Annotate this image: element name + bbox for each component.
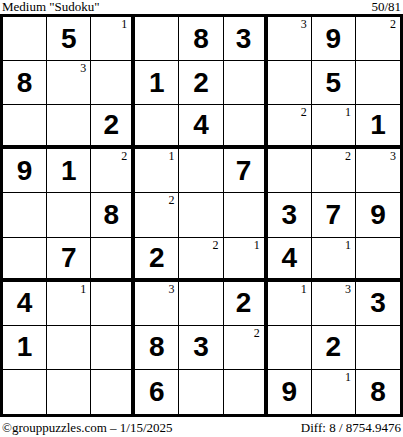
cell-value: 3 [370, 289, 386, 317]
sudoku-cell[interactable]: 3 [224, 17, 268, 61]
sudoku-grid: 5183392831252421191217238237972214141321… [0, 14, 403, 417]
cell-corner-mark: 3 [390, 149, 396, 163]
cell-value: 8 [193, 25, 209, 53]
cell-corner-mark: 1 [168, 149, 174, 163]
sudoku-cell[interactable]: 2 [312, 326, 356, 370]
cell-corner-mark: 3 [80, 61, 86, 75]
sudoku-cell[interactable]: 3 [268, 17, 312, 61]
cell-value: 7 [61, 244, 77, 272]
cell-corner-mark: 1 [345, 238, 351, 252]
cell-value: 4 [193, 111, 209, 139]
cell-value: 4 [17, 289, 33, 317]
cell-corner-mark: 1 [254, 238, 260, 252]
sudoku-cell[interactable] [47, 193, 91, 237]
sudoku-cell[interactable]: 4 [179, 105, 223, 149]
sudoku-cell[interactable]: 2 [224, 282, 268, 326]
cell-corner-mark: 2 [213, 238, 219, 252]
cell-value: 7 [326, 201, 342, 229]
sudoku-cell[interactable] [91, 282, 135, 326]
sudoku-cell[interactable] [3, 17, 47, 61]
cell-corner-mark: 3 [301, 17, 307, 31]
cell-value: 1 [17, 333, 33, 361]
sudoku-cell[interactable] [268, 61, 312, 105]
sudoku-cell[interactable] [268, 326, 312, 370]
sudoku-cell[interactable] [224, 370, 268, 414]
sudoku-cell[interactable]: 1 [312, 370, 356, 414]
cell-value: 8 [17, 69, 33, 97]
cell-value: 9 [370, 201, 386, 229]
sudoku-cell[interactable]: 1 [47, 149, 91, 193]
cell-value: 2 [326, 333, 342, 361]
sudoku-cell[interactable]: 8 [356, 370, 400, 414]
cell-corner-mark: 1 [121, 17, 127, 31]
cell-value: 9 [326, 25, 342, 53]
sudoku-cell[interactable]: 2 [135, 238, 179, 282]
sudoku-cell[interactable]: 1 [312, 105, 356, 149]
sudoku-cell[interactable]: 1 [312, 238, 356, 282]
copyright-text: ©grouppuzzles.com – 1/15/2025 [2, 421, 173, 435]
sudoku-cell[interactable]: 2 [91, 149, 135, 193]
sudoku-cell[interactable]: 3 [179, 326, 223, 370]
cell-corner-mark: 2 [301, 105, 307, 119]
sudoku-cell[interactable] [179, 149, 223, 193]
sudoku-cell[interactable]: 2 [179, 61, 223, 105]
cell-corner-mark: 1 [301, 282, 307, 296]
sudoku-cell[interactable]: 8 [179, 17, 223, 61]
sudoku-cell[interactable]: 7 [224, 149, 268, 193]
sudoku-cell[interactable] [47, 105, 91, 149]
sudoku-cell[interactable]: 6 [135, 370, 179, 414]
sudoku-cell[interactable] [3, 105, 47, 149]
sudoku-cell[interactable] [179, 282, 223, 326]
cell-corner-mark: 2 [390, 17, 396, 31]
cell-corner-mark: 2 [168, 193, 174, 207]
sudoku-cell[interactable]: 5 [312, 61, 356, 105]
sudoku-cell[interactable]: 4 [268, 238, 312, 282]
cell-value: 4 [281, 244, 297, 272]
sudoku-cell[interactable]: 1 [91, 17, 135, 61]
sudoku-cell[interactable]: 1 [356, 105, 400, 149]
sudoku-cell[interactable] [224, 105, 268, 149]
sudoku-cell[interactable] [47, 326, 91, 370]
sudoku-cell[interactable]: 3 [135, 282, 179, 326]
sudoku-cell[interactable] [356, 238, 400, 282]
cell-value: 3 [193, 333, 209, 361]
header: Medium "Sudoku" 50/81 [0, 0, 403, 14]
sudoku-cell[interactable] [135, 17, 179, 61]
cell-value: 1 [370, 111, 386, 139]
sudoku-cell[interactable]: 1 [268, 282, 312, 326]
sudoku-cell[interactable] [135, 105, 179, 149]
sudoku-cell[interactable]: 9 [356, 193, 400, 237]
progress-counter: 50/81 [371, 0, 401, 13]
sudoku-cell[interactable]: 9 [312, 17, 356, 61]
cell-value: 1 [61, 157, 77, 185]
sudoku-cell[interactable]: 8 [3, 61, 47, 105]
sudoku-cell[interactable] [47, 370, 91, 414]
sudoku-page: Medium "Sudoku" 50/81 518339283125242119… [0, 0, 403, 437]
sudoku-cell[interactable]: 7 [312, 193, 356, 237]
sudoku-cell[interactable] [179, 193, 223, 237]
sudoku-cell[interactable]: 3 [268, 193, 312, 237]
cell-value: 5 [326, 69, 342, 97]
footer: ©grouppuzzles.com – 1/15/2025 Diff: 8 / … [0, 417, 403, 437]
cell-value: 2 [149, 244, 165, 272]
sudoku-cell[interactable]: 2 [224, 326, 268, 370]
cell-value: 3 [281, 201, 297, 229]
sudoku-cell[interactable]: 2 [312, 149, 356, 193]
sudoku-cell[interactable] [3, 370, 47, 414]
sudoku-cell[interactable] [3, 238, 47, 282]
sudoku-cell[interactable]: 9 [268, 370, 312, 414]
sudoku-cell[interactable]: 5 [47, 17, 91, 61]
cell-value: 2 [103, 111, 119, 139]
sudoku-cell[interactable]: 1 [3, 326, 47, 370]
sudoku-cell[interactable] [91, 326, 135, 370]
cell-corner-mark: 2 [121, 149, 127, 163]
sudoku-cell[interactable]: 2 [135, 193, 179, 237]
sudoku-cell[interactable]: 3 [312, 282, 356, 326]
cell-value: 8 [149, 333, 165, 361]
sudoku-cell[interactable] [3, 193, 47, 237]
cell-value: 8 [370, 378, 386, 406]
cell-value: 2 [236, 289, 252, 317]
sudoku-cell[interactable]: 9 [3, 149, 47, 193]
difficulty-text: Diff: 8 / 8754.9476 [301, 421, 401, 435]
cell-corner-mark: 1 [345, 105, 351, 119]
sudoku-cell[interactable]: 2 [179, 238, 223, 282]
sudoku-cell[interactable]: 2 [268, 105, 312, 149]
cell-value: 9 [17, 157, 33, 185]
sudoku-cell[interactable] [91, 238, 135, 282]
sudoku-cell[interactable]: 3 [356, 149, 400, 193]
sudoku-cell[interactable]: 1 [47, 282, 91, 326]
sudoku-cell[interactable] [224, 61, 268, 105]
sudoku-cell[interactable] [91, 61, 135, 105]
sudoku-cell[interactable] [268, 149, 312, 193]
cell-corner-mark: 2 [345, 149, 351, 163]
sudoku-cell[interactable]: 8 [91, 193, 135, 237]
sudoku-cell[interactable] [91, 370, 135, 414]
cell-value: 3 [236, 25, 252, 53]
sudoku-cell[interactable]: 3 [47, 61, 91, 105]
sudoku-cell[interactable]: 1 [224, 238, 268, 282]
cell-value: 5 [61, 25, 77, 53]
cell-corner-mark: 1 [80, 282, 86, 296]
sudoku-cell[interactable]: 1 [135, 149, 179, 193]
cell-value: 9 [281, 378, 297, 406]
sudoku-cell[interactable]: 2 [356, 17, 400, 61]
cell-corner-mark: 2 [254, 326, 260, 340]
sudoku-cell[interactable] [356, 61, 400, 105]
cell-corner-mark: 3 [345, 282, 351, 296]
sudoku-cell[interactable] [356, 326, 400, 370]
sudoku-cell[interactable] [179, 370, 223, 414]
page-title: Medium "Sudoku" [2, 0, 100, 13]
sudoku-cell[interactable]: 8 [135, 326, 179, 370]
sudoku-cell[interactable] [224, 193, 268, 237]
cell-value: 1 [149, 69, 165, 97]
sudoku-cell[interactable]: 7 [47, 238, 91, 282]
sudoku-cell[interactable]: 1 [135, 61, 179, 105]
cell-corner-mark: 1 [345, 370, 351, 384]
sudoku-cell[interactable]: 4 [3, 282, 47, 326]
cell-value: 8 [103, 201, 119, 229]
cell-corner-mark: 3 [168, 282, 174, 296]
cell-value: 7 [236, 157, 252, 185]
cell-value: 6 [149, 378, 165, 406]
sudoku-cell[interactable]: 3 [356, 282, 400, 326]
cell-value: 2 [193, 69, 209, 97]
sudoku-cell[interactable]: 2 [91, 105, 135, 149]
